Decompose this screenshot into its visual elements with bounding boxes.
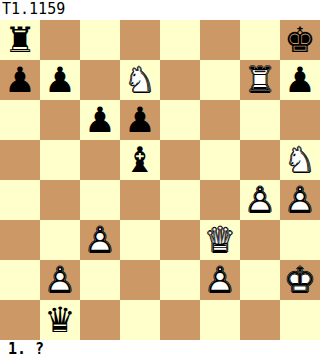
square-h7[interactable]: ♟ (280, 60, 320, 100)
square-a7[interactable]: ♟ (0, 60, 40, 100)
square-a5[interactable] (0, 140, 40, 180)
square-f3[interactable]: ♛♕ (200, 220, 240, 260)
square-c6[interactable]: ♟ (80, 100, 120, 140)
square-b4[interactable] (40, 180, 80, 220)
piece-glyph-outline: ♙ (200, 260, 240, 300)
square-d1[interactable] (120, 300, 160, 340)
square-g8[interactable] (240, 20, 280, 60)
square-a2[interactable] (0, 260, 40, 300)
square-c2[interactable] (80, 260, 120, 300)
square-h2[interactable]: ♚♔ (280, 260, 320, 300)
piece-glyph-outline: ♘ (280, 140, 320, 180)
square-e4[interactable] (160, 180, 200, 220)
piece-black-rook: ♜ (0, 20, 40, 60)
piece-glyph-outline: ♔ (280, 260, 320, 300)
square-e8[interactable] (160, 20, 200, 60)
square-e7[interactable] (160, 60, 200, 100)
piece-white-rook: ♜♖ (240, 60, 280, 100)
piece-glyph-outline: ♙ (280, 180, 320, 220)
piece-black-king: ♚ (280, 20, 320, 60)
piece-white-knight: ♞♘ (280, 140, 320, 180)
piece-glyph-outline: ♕ (200, 220, 240, 260)
piece-glyph-outline: ♙ (240, 180, 280, 220)
piece-glyph-outline: ♙ (80, 220, 120, 260)
square-e2[interactable] (160, 260, 200, 300)
square-d8[interactable] (120, 20, 160, 60)
square-a6[interactable] (0, 100, 40, 140)
square-f5[interactable] (200, 140, 240, 180)
piece-glyph-outline: ♙ (40, 260, 80, 300)
piece-white-pawn: ♟♙ (200, 260, 240, 300)
square-b6[interactable] (40, 100, 80, 140)
piece-black-pawn: ♟ (80, 100, 120, 140)
square-g2[interactable] (240, 260, 280, 300)
piece-black-pawn: ♟ (40, 60, 80, 100)
piece-black-queen: ♛ (40, 300, 80, 340)
square-d7[interactable]: ♞♘ (120, 60, 160, 100)
square-f1[interactable] (200, 300, 240, 340)
square-f6[interactable] (200, 100, 240, 140)
square-h1[interactable] (280, 300, 320, 340)
square-h5[interactable]: ♞♘ (280, 140, 320, 180)
square-f4[interactable] (200, 180, 240, 220)
square-d2[interactable] (120, 260, 160, 300)
piece-white-king: ♚♔ (280, 260, 320, 300)
square-a4[interactable] (0, 180, 40, 220)
piece-black-pawn: ♟ (280, 60, 320, 100)
square-c3[interactable]: ♟♙ (80, 220, 120, 260)
square-d3[interactable] (120, 220, 160, 260)
square-d5[interactable]: ♝ (120, 140, 160, 180)
square-h8[interactable]: ♚ (280, 20, 320, 60)
square-f8[interactable] (200, 20, 240, 60)
square-f7[interactable] (200, 60, 240, 100)
piece-white-pawn: ♟♙ (240, 180, 280, 220)
piece-glyph-outline: ♖ (240, 60, 280, 100)
piece-black-pawn: ♟ (0, 60, 40, 100)
piece-black-pawn: ♟ (120, 100, 160, 140)
square-b5[interactable] (40, 140, 80, 180)
square-h4[interactable]: ♟♙ (280, 180, 320, 220)
square-a3[interactable] (0, 220, 40, 260)
square-b8[interactable] (40, 20, 80, 60)
square-d4[interactable] (120, 180, 160, 220)
piece-glyph-outline: ♘ (120, 60, 160, 100)
square-b1[interactable]: ♛ (40, 300, 80, 340)
piece-white-queen: ♛♕ (200, 220, 240, 260)
square-c4[interactable] (80, 180, 120, 220)
square-e6[interactable] (160, 100, 200, 140)
square-g1[interactable] (240, 300, 280, 340)
square-g7[interactable]: ♜♖ (240, 60, 280, 100)
piece-white-pawn: ♟♙ (40, 260, 80, 300)
square-e5[interactable] (160, 140, 200, 180)
square-a1[interactable] (0, 300, 40, 340)
square-f2[interactable]: ♟♙ (200, 260, 240, 300)
piece-white-pawn: ♟♙ (80, 220, 120, 260)
square-g4[interactable]: ♟♙ (240, 180, 280, 220)
chess-board: ♜♚♟♟♞♘♜♖♟♟♟♝♞♘♟♙♟♙♟♙♛♕♟♙♟♙♚♔♛ (0, 20, 320, 340)
square-h3[interactable] (280, 220, 320, 260)
square-c1[interactable] (80, 300, 120, 340)
square-d6[interactable]: ♟ (120, 100, 160, 140)
piece-white-pawn: ♟♙ (280, 180, 320, 220)
square-g6[interactable] (240, 100, 280, 140)
square-c8[interactable] (80, 20, 120, 60)
square-c5[interactable] (80, 140, 120, 180)
square-b2[interactable]: ♟♙ (40, 260, 80, 300)
square-e3[interactable] (160, 220, 200, 260)
square-g5[interactable] (240, 140, 280, 180)
piece-black-bishop: ♝ (120, 140, 160, 180)
square-b3[interactable] (40, 220, 80, 260)
square-e1[interactable] (160, 300, 200, 340)
puzzle-title: T1.1159 (0, 0, 320, 20)
square-g3[interactable] (240, 220, 280, 260)
square-b7[interactable]: ♟ (40, 60, 80, 100)
square-c7[interactable] (80, 60, 120, 100)
chess-puzzle-window: T1.1159 ♜♚♟♟♞♘♜♖♟♟♟♝♞♘♟♙♟♙♟♙♛♕♟♙♟♙♚♔♛ 1.… (0, 0, 320, 360)
square-h6[interactable] (280, 100, 320, 140)
square-a8[interactable]: ♜ (0, 20, 40, 60)
piece-white-knight: ♞♘ (120, 60, 160, 100)
move-prompt: 1. ? (0, 340, 320, 360)
